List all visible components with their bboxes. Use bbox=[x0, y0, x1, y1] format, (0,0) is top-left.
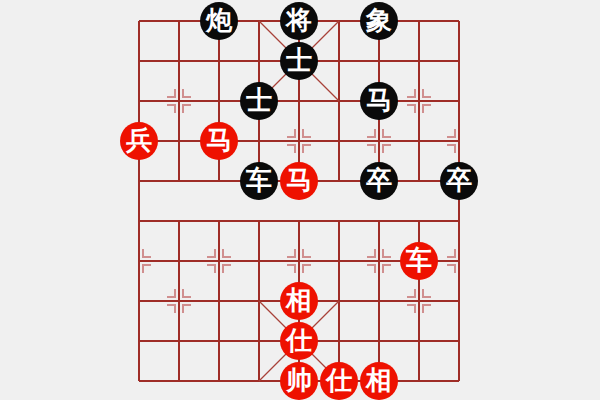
board-point[interactable]: 相 bbox=[279, 281, 319, 321]
board-point[interactable]: 车 bbox=[399, 241, 439, 281]
board-point[interactable] bbox=[199, 241, 239, 281]
piece-black-soldier[interactable]: 卒 bbox=[360, 162, 398, 200]
piece-red-soldier[interactable]: 兵 bbox=[120, 122, 158, 160]
board-point[interactable]: 马 bbox=[199, 121, 239, 161]
board-point[interactable] bbox=[279, 121, 319, 161]
piece-black-elephant[interactable]: 象 bbox=[360, 2, 398, 40]
board-point[interactable] bbox=[239, 201, 279, 241]
board-point[interactable] bbox=[319, 281, 359, 321]
board-point[interactable] bbox=[159, 41, 199, 81]
board-point[interactable] bbox=[279, 81, 319, 121]
board-point[interactable] bbox=[359, 201, 399, 241]
board-point[interactable] bbox=[159, 81, 199, 121]
board-point[interactable]: 仕 bbox=[319, 361, 359, 400]
board-point[interactable] bbox=[239, 121, 279, 161]
xiangqi-board: 炮将象士士马兵马车马卒卒车相仕帅仕相 bbox=[119, 1, 479, 400]
board-point[interactable] bbox=[199, 161, 239, 201]
board-point[interactable] bbox=[239, 241, 279, 281]
piece-red-advisor[interactable]: 仕 bbox=[280, 322, 318, 360]
board-point[interactable] bbox=[399, 321, 439, 361]
board-point[interactable] bbox=[439, 321, 479, 361]
board-point[interactable]: 相 bbox=[359, 361, 399, 400]
board-point[interactable] bbox=[199, 81, 239, 121]
board-point[interactable] bbox=[399, 81, 439, 121]
board-point[interactable] bbox=[279, 241, 319, 281]
board-point[interactable] bbox=[119, 41, 159, 81]
board-point[interactable] bbox=[119, 161, 159, 201]
board-point[interactable] bbox=[159, 121, 199, 161]
piece-black-horse[interactable]: 马 bbox=[360, 82, 398, 120]
board-point[interactable] bbox=[359, 41, 399, 81]
board-point[interactable]: 车 bbox=[239, 161, 279, 201]
piece-red-elephant[interactable]: 相 bbox=[280, 282, 318, 320]
board-point[interactable] bbox=[159, 361, 199, 400]
board-point[interactable] bbox=[319, 121, 359, 161]
board-point[interactable]: 帅 bbox=[279, 361, 319, 400]
board-point[interactable] bbox=[399, 1, 439, 41]
board-point[interactable]: 马 bbox=[359, 81, 399, 121]
board-point[interactable] bbox=[159, 201, 199, 241]
board-point[interactable] bbox=[239, 321, 279, 361]
board-point[interactable] bbox=[319, 201, 359, 241]
board-point[interactable]: 卒 bbox=[439, 161, 479, 201]
board-point[interactable] bbox=[399, 161, 439, 201]
board-point[interactable] bbox=[439, 41, 479, 81]
board-point[interactable] bbox=[319, 41, 359, 81]
board-point[interactable] bbox=[359, 241, 399, 281]
board-point[interactable] bbox=[239, 361, 279, 400]
board-point[interactable] bbox=[399, 121, 439, 161]
board-point[interactable] bbox=[159, 161, 199, 201]
board-point[interactable] bbox=[439, 201, 479, 241]
piece-black-cannon[interactable]: 炮 bbox=[200, 2, 238, 40]
piece-red-general[interactable]: 帅 bbox=[280, 362, 318, 400]
piece-red-advisor[interactable]: 仕 bbox=[320, 362, 358, 400]
board-point[interactable] bbox=[399, 201, 439, 241]
board-point[interactable] bbox=[119, 81, 159, 121]
piece-black-chariot[interactable]: 车 bbox=[240, 162, 278, 200]
board-point[interactable] bbox=[199, 321, 239, 361]
piece-red-horse[interactable]: 马 bbox=[200, 122, 238, 160]
piece-red-elephant[interactable]: 相 bbox=[360, 362, 398, 400]
board-point[interactable]: 士 bbox=[239, 81, 279, 121]
board-point[interactable]: 将 bbox=[279, 1, 319, 41]
board-point[interactable]: 仕 bbox=[279, 321, 319, 361]
board-point[interactable] bbox=[399, 281, 439, 321]
board-point[interactable] bbox=[239, 1, 279, 41]
board-point[interactable] bbox=[359, 281, 399, 321]
piece-red-horse[interactable]: 马 bbox=[280, 162, 318, 200]
xiangqi-app: 炮将象士士马兵马车马卒卒车相仕帅仕相 bbox=[0, 0, 600, 400]
board-point[interactable] bbox=[159, 281, 199, 321]
board-point[interactable] bbox=[159, 1, 199, 41]
board-point[interactable] bbox=[319, 81, 359, 121]
board-point[interactable]: 炮 bbox=[199, 1, 239, 41]
piece-black-advisor[interactable]: 士 bbox=[240, 82, 278, 120]
board-point[interactable]: 兵 bbox=[119, 121, 159, 161]
board-point[interactable] bbox=[119, 321, 159, 361]
board-point[interactable] bbox=[239, 281, 279, 321]
board-point[interactable] bbox=[319, 1, 359, 41]
board-point[interactable] bbox=[439, 121, 479, 161]
board-point[interactable] bbox=[439, 281, 479, 321]
board-point[interactable] bbox=[199, 201, 239, 241]
board-point[interactable] bbox=[279, 201, 319, 241]
board-point[interactable] bbox=[119, 241, 159, 281]
board-point[interactable] bbox=[119, 201, 159, 241]
board-point[interactable] bbox=[319, 241, 359, 281]
board-point[interactable] bbox=[199, 41, 239, 81]
board-point[interactable] bbox=[439, 241, 479, 281]
board-point[interactable] bbox=[359, 121, 399, 161]
piece-red-chariot[interactable]: 车 bbox=[400, 242, 438, 280]
board-point[interactable] bbox=[199, 281, 239, 321]
board-point[interactable] bbox=[199, 361, 239, 400]
board-point[interactable] bbox=[359, 321, 399, 361]
board-point[interactable] bbox=[239, 41, 279, 81]
board-point[interactable]: 士 bbox=[279, 41, 319, 81]
board-point[interactable]: 卒 bbox=[359, 161, 399, 201]
piece-black-soldier[interactable]: 卒 bbox=[440, 162, 478, 200]
board-point[interactable] bbox=[119, 281, 159, 321]
board-point[interactable] bbox=[319, 321, 359, 361]
board-point[interactable] bbox=[439, 81, 479, 121]
board-point[interactable] bbox=[119, 1, 159, 41]
board-point[interactable] bbox=[159, 241, 199, 281]
board-grid: 炮将象士士马兵马车马卒卒车相仕帅仕相 bbox=[119, 1, 479, 400]
board-point[interactable] bbox=[399, 361, 439, 400]
board-point[interactable]: 象 bbox=[359, 1, 399, 41]
board-point[interactable] bbox=[399, 41, 439, 81]
board-point[interactable] bbox=[439, 1, 479, 41]
board-point[interactable] bbox=[439, 361, 479, 400]
board-point[interactable] bbox=[159, 321, 199, 361]
piece-black-general[interactable]: 将 bbox=[280, 2, 318, 40]
board-point[interactable]: 马 bbox=[279, 161, 319, 201]
board-point[interactable] bbox=[119, 361, 159, 400]
board-point[interactable] bbox=[319, 161, 359, 201]
piece-black-advisor[interactable]: 士 bbox=[280, 42, 318, 80]
